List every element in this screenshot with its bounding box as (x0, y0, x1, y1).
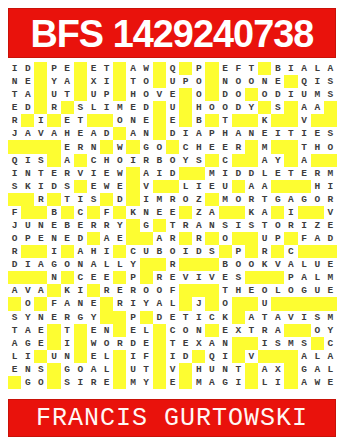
letter-cell: N (126, 114, 139, 127)
letter-cell: E (87, 297, 100, 310)
letter-cell: I (232, 376, 245, 389)
blocked-cell (34, 88, 47, 101)
blocked-cell (153, 258, 166, 271)
letter-cell: C (205, 311, 218, 324)
letter-cell: N (140, 127, 153, 140)
letter-cell: S (8, 180, 21, 193)
letter-cell: R (258, 324, 271, 337)
blocked-cell (245, 232, 258, 245)
letter-cell: E (87, 180, 100, 193)
letter-cell: A (8, 284, 21, 297)
letter-cell: M (258, 140, 271, 153)
blocked-cell (113, 271, 126, 284)
letter-cell: L (311, 350, 324, 363)
letter-cell: A (298, 154, 311, 167)
letter-cell: A (311, 363, 324, 376)
blocked-cell (258, 101, 271, 114)
letter-cell: I (179, 245, 192, 258)
letter-cell: H (61, 127, 74, 140)
blocked-cell (271, 297, 284, 310)
letter-cell: R (324, 193, 337, 206)
blocked-cell (166, 180, 179, 193)
letter-cell: T (298, 140, 311, 153)
blocked-cell (140, 258, 153, 271)
letter-cell: O (113, 114, 126, 127)
letter-cell: E (311, 127, 324, 140)
letter-cell: Y (324, 324, 337, 337)
letter-cell: A (192, 127, 205, 140)
letter-cell: G (219, 376, 232, 389)
letter-cell: G (140, 219, 153, 232)
letter-cell: A (324, 62, 337, 75)
letter-cell: H (126, 88, 139, 101)
letter-cell: M (153, 193, 166, 206)
blocked-cell (34, 297, 47, 310)
letter-cell: L (258, 167, 271, 180)
blocked-cell (153, 127, 166, 140)
letter-cell: O (311, 324, 324, 337)
blocked-cell (100, 193, 113, 206)
blocked-cell (113, 324, 126, 337)
letter-cell: E (61, 62, 74, 75)
letter-cell: A (258, 154, 271, 167)
blocked-cell (232, 337, 245, 350)
letter-cell: L (324, 363, 337, 376)
letter-cell: O (324, 140, 337, 153)
letter-cell: T (8, 88, 21, 101)
letter-cell: A (61, 75, 74, 88)
blocked-cell (311, 297, 324, 310)
letter-cell: E (47, 311, 60, 324)
letter-cell: I (324, 180, 337, 193)
letter-cell: P (205, 127, 218, 140)
blocked-cell (74, 180, 87, 193)
letter-cell: W (100, 180, 113, 193)
blocked-cell (34, 206, 47, 219)
letter-cell: I (192, 180, 205, 193)
letter-cell: B (61, 219, 74, 232)
blocked-cell (311, 245, 324, 258)
letter-cell: U (166, 101, 179, 114)
blocked-cell (113, 75, 126, 88)
letter-cell: P (179, 75, 192, 88)
letter-cell: P (284, 271, 297, 284)
blocked-cell (153, 219, 166, 232)
blocked-cell (232, 206, 245, 219)
letter-cell: F (298, 232, 311, 245)
blocked-cell (100, 297, 113, 310)
letter-cell: R (166, 232, 179, 245)
letter-cell: V (74, 167, 87, 180)
letter-cell: X (271, 363, 284, 376)
letter-cell: R (153, 271, 166, 284)
blocked-cell (126, 180, 139, 193)
letter-cell: P (126, 311, 139, 324)
blocked-cell (271, 180, 284, 193)
letter-cell: O (232, 75, 245, 88)
letter-cell: X (192, 337, 205, 350)
letter-cell: U (126, 363, 139, 376)
letter-cell: E (258, 127, 271, 140)
letter-cell: Z (311, 219, 324, 232)
blocked-cell (74, 324, 87, 337)
letter-cell: T (284, 167, 297, 180)
letter-cell: S (192, 154, 205, 167)
blocked-cell (232, 154, 245, 167)
letter-cell: E (34, 232, 47, 245)
letter-cell: I (271, 127, 284, 140)
letter-cell: O (258, 88, 271, 101)
letter-cell: M (311, 88, 324, 101)
letter-cell: O (219, 297, 232, 310)
letter-cell: E (113, 180, 126, 193)
letter-cell: E (87, 350, 100, 363)
letter-cell: I (271, 376, 284, 389)
letter-cell: I (34, 180, 47, 193)
letter-cell: E (8, 363, 21, 376)
letter-cell: S (324, 88, 337, 101)
blocked-cell (205, 154, 218, 167)
letter-cell: I (21, 258, 34, 271)
letter-cell: C (284, 245, 297, 258)
letter-cell: Q (205, 350, 218, 363)
letter-cell: U (258, 232, 271, 245)
letter-cell: O (284, 284, 297, 297)
letter-cell: N (61, 350, 74, 363)
letter-cell: I (100, 245, 113, 258)
letter-cell: T (245, 324, 258, 337)
author-bar: FRANCIS GURTOWSKI (8, 399, 336, 437)
blocked-cell (153, 376, 166, 389)
letter-cell: E (205, 180, 218, 193)
blocked-cell (113, 62, 126, 75)
blocked-cell (284, 350, 297, 363)
letter-cell: I (311, 75, 324, 88)
letter-cell: N (258, 75, 271, 88)
letter-cell: Y (87, 311, 100, 324)
letter-cell: A (100, 232, 113, 245)
letter-cell: R (87, 376, 100, 389)
letter-cell: E (219, 62, 232, 75)
letter-cell: A (47, 127, 60, 140)
blocked-cell (284, 363, 297, 376)
blocked-cell (179, 167, 192, 180)
blocked-cell (205, 114, 218, 127)
letter-cell: E (74, 127, 87, 140)
letter-cell: P (232, 245, 245, 258)
letter-cell: R (47, 101, 60, 114)
letter-cell: A (271, 311, 284, 324)
letter-cell: A (298, 271, 311, 284)
letter-cell: A (205, 376, 218, 389)
blocked-cell (179, 101, 192, 114)
blocked-cell (245, 337, 258, 350)
blocked-cell (298, 324, 311, 337)
blocked-cell (21, 271, 34, 284)
letter-cell: D (232, 167, 245, 180)
letter-cell: P (21, 232, 34, 245)
letter-cell: A (258, 363, 271, 376)
letter-cell: A (298, 101, 311, 114)
letter-cell: A (311, 232, 324, 245)
letter-cell: K (245, 206, 258, 219)
blocked-cell (153, 62, 166, 75)
letter-cell: T (61, 88, 74, 101)
blocked-cell (245, 297, 258, 310)
blocked-cell (113, 206, 126, 219)
letter-cell: G (21, 376, 34, 389)
letter-cell: A (284, 258, 297, 271)
letter-cell: E (166, 271, 179, 284)
letter-cell: N (192, 324, 205, 337)
letter-cell: Y (126, 258, 139, 271)
blocked-cell (153, 350, 166, 363)
blocked-cell (179, 376, 192, 389)
letter-cell: E (87, 324, 100, 337)
letter-cell: L (100, 258, 113, 271)
letter-cell: P (271, 232, 284, 245)
letter-cell: G (74, 311, 87, 324)
blocked-cell (8, 193, 21, 206)
letter-cell: V (153, 88, 166, 101)
blocked-cell (153, 75, 166, 88)
letter-cell: Y (245, 101, 258, 114)
letter-cell: I (100, 75, 113, 88)
blocked-cell (205, 284, 218, 297)
letter-cell: G (61, 363, 74, 376)
letter-cell: F (140, 350, 153, 363)
letter-cell: E (219, 271, 232, 284)
letter-cell: A (205, 337, 218, 350)
letter-cell: D (219, 88, 232, 101)
letter-cell: E (126, 324, 139, 337)
letter-cell: E (126, 101, 139, 114)
letter-cell: A (87, 127, 100, 140)
letter-cell: W (113, 167, 126, 180)
letter-cell: R (166, 193, 179, 206)
blocked-cell (271, 271, 284, 284)
letter-cell: A (34, 258, 47, 271)
letter-cell: I (126, 154, 139, 167)
blocked-cell (47, 114, 60, 127)
blocked-cell (47, 324, 60, 337)
letter-cell: R (311, 167, 324, 180)
letter-cell: A (74, 245, 87, 258)
letter-cell: E (140, 114, 153, 127)
letter-cell: C (324, 337, 337, 350)
blocked-cell (311, 154, 324, 167)
letter-cell: E (61, 140, 74, 153)
letter-cell: E (47, 219, 60, 232)
letter-cell: B (47, 206, 60, 219)
blocked-cell (258, 271, 271, 284)
letter-cell: E (87, 62, 100, 75)
letter-cell: S (219, 219, 232, 232)
letter-cell: T (219, 284, 232, 297)
letter-cell: S (271, 337, 284, 350)
letter-cell: O (153, 140, 166, 153)
letter-cell: I (34, 114, 47, 127)
letter-cell: E (74, 219, 87, 232)
letter-cell: N (8, 75, 21, 88)
letter-cell: A (34, 284, 47, 297)
blocked-cell (232, 114, 245, 127)
letter-cell: Y (179, 154, 192, 167)
letter-cell: T (258, 311, 271, 324)
letter-cell: W (140, 62, 153, 75)
letter-cell: R (87, 219, 100, 232)
letter-cell: I (100, 101, 113, 114)
blocked-cell (8, 140, 21, 153)
letter-cell: E (34, 337, 47, 350)
letter-cell: P (192, 62, 205, 75)
letter-cell: U (258, 297, 271, 310)
blocked-cell (192, 258, 205, 271)
letter-cell: U (47, 88, 60, 101)
blocked-cell (179, 114, 192, 127)
letter-cell: Y (21, 311, 34, 324)
blocked-cell (284, 101, 297, 114)
letter-cell: E (324, 376, 337, 389)
letter-cell: G (298, 193, 311, 206)
letter-cell: I (192, 271, 205, 284)
letter-cell: S (61, 180, 74, 193)
letter-cell: E (34, 324, 47, 337)
blocked-cell (74, 62, 87, 75)
blocked-cell (34, 245, 47, 258)
blocked-cell (258, 62, 271, 75)
blocked-cell (192, 284, 205, 297)
letter-cell: V (166, 363, 179, 376)
letter-cell: H (232, 284, 245, 297)
letter-cell: Y (140, 297, 153, 310)
letter-cell: S (34, 154, 47, 167)
letter-cell: A (21, 88, 34, 101)
letter-cell: M (324, 271, 337, 284)
letter-cell: A (21, 127, 34, 140)
letter-cell: O (271, 219, 284, 232)
blocked-cell (205, 62, 218, 75)
blocked-cell (21, 193, 34, 206)
letter-cell: M (126, 376, 139, 389)
letter-cell: V (298, 114, 311, 127)
blocked-cell (153, 324, 166, 337)
letter-cell: B (271, 62, 284, 75)
letter-cell: T (140, 363, 153, 376)
letter-cell: N (87, 140, 100, 153)
letter-cell: Y (47, 75, 60, 88)
letter-cell: T (166, 337, 179, 350)
letter-cell: M (284, 337, 297, 350)
letter-cell: E (166, 311, 179, 324)
letter-cell: U (219, 180, 232, 193)
letter-cell: I (192, 311, 205, 324)
letter-cell: L (179, 180, 192, 193)
letter-cell: E (219, 140, 232, 153)
blocked-cell (34, 350, 47, 363)
letter-cell: J (8, 219, 21, 232)
blocked-cell (126, 232, 139, 245)
letter-cell: C (74, 271, 87, 284)
blocked-cell (47, 140, 60, 153)
blocked-cell (205, 75, 218, 88)
letter-cell: S (232, 271, 245, 284)
letter-cell: O (34, 376, 47, 389)
letter-cell: C (126, 245, 139, 258)
blocked-cell (8, 271, 21, 284)
author-name: FRANCIS GURTOWSKI (36, 406, 308, 431)
letter-cell: C (166, 324, 179, 337)
letter-cell: I (140, 193, 153, 206)
letter-cell: O (258, 284, 271, 297)
blocked-cell (205, 232, 218, 245)
letter-cell: E (100, 167, 113, 180)
blocked-cell (113, 88, 126, 101)
blocked-cell (126, 140, 139, 153)
letter-cell: A (126, 127, 139, 140)
letter-cell: E (87, 271, 100, 284)
letter-cell: L (166, 297, 179, 310)
letter-cell: V (324, 206, 337, 219)
letter-cell: T (8, 324, 21, 337)
blocked-cell (245, 271, 258, 284)
letter-cell: D (166, 127, 179, 140)
letter-cell: R (245, 193, 258, 206)
blocked-cell (74, 154, 87, 167)
blocked-cell (113, 127, 126, 140)
blocked-cell (47, 284, 60, 297)
blocked-cell (192, 350, 205, 363)
blocked-cell (21, 245, 34, 258)
letter-cell: N (205, 219, 218, 232)
letter-cell: I (47, 245, 60, 258)
letter-cell: D (192, 245, 205, 258)
letter-cell: G (298, 284, 311, 297)
letter-cell: M (205, 167, 218, 180)
letter-cell: A (192, 219, 205, 232)
blocked-cell (324, 101, 337, 114)
blocked-cell (284, 75, 297, 88)
letter-cell: V (21, 284, 34, 297)
blocked-cell (61, 206, 74, 219)
letter-cell: O (166, 154, 179, 167)
letter-cell: E (153, 206, 166, 219)
letter-cell: O (153, 284, 166, 297)
title-bar: BFS 1429240738 (8, 8, 336, 58)
letter-cell: A (232, 127, 245, 140)
letter-cell: Q (8, 154, 21, 167)
letter-cell: G (47, 258, 60, 271)
letter-cell: I (298, 311, 311, 324)
letter-cell: A (284, 193, 297, 206)
letter-cell: I (74, 376, 87, 389)
letter-cell: X (87, 75, 100, 88)
letter-cell: D (47, 180, 60, 193)
letter-cell: A (324, 350, 337, 363)
letter-cell: N (74, 297, 87, 310)
letter-cell: D (324, 232, 337, 245)
letter-cell: T (179, 311, 192, 324)
blocked-cell (284, 232, 297, 245)
letter-cell: O (61, 258, 74, 271)
letter-cell: U (311, 284, 324, 297)
blocked-cell (126, 219, 139, 232)
letter-cell: Y (113, 219, 126, 232)
letter-cell: R (126, 284, 139, 297)
letter-cell: R (113, 297, 126, 310)
letter-cell: E (61, 114, 74, 127)
letter-cell: R (179, 219, 192, 232)
